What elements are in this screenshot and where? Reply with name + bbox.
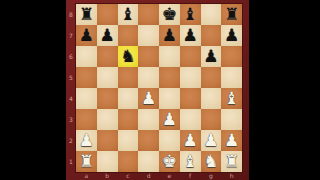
square-d4[interactable]: ♟: [138, 88, 159, 109]
square-e7[interactable]: ♟: [159, 25, 180, 46]
square-e2[interactable]: [159, 130, 180, 151]
rank-label-2: 2: [66, 130, 76, 151]
piece-white-king: ♚: [159, 151, 180, 172]
square-g8[interactable]: [201, 4, 222, 25]
square-h8[interactable]: ♜: [221, 4, 242, 25]
square-h1[interactable]: ♜: [221, 151, 242, 172]
file-label-f: f: [180, 171, 201, 180]
square-c3[interactable]: [118, 109, 139, 130]
piece-white-bishop: ♝: [180, 151, 201, 172]
chess-board-frame: 87654321 ♜♝♚♝♜♟♟♟♟♟♞♟♟♝♟♟♟♟♟♜♚♝♞♜ abcdef…: [66, 0, 249, 180]
square-b8[interactable]: [97, 4, 118, 25]
rank-label-4: 4: [66, 88, 76, 109]
square-e4[interactable]: [159, 88, 180, 109]
rank-label-5: 5: [66, 67, 76, 88]
square-e8[interactable]: ♚: [159, 4, 180, 25]
piece-white-pawn: ♟: [221, 130, 242, 151]
piece-white-bishop: ♝: [221, 88, 242, 109]
square-a6[interactable]: [76, 46, 97, 67]
square-b1[interactable]: [97, 151, 118, 172]
square-d3[interactable]: [138, 109, 159, 130]
square-f3[interactable]: [180, 109, 201, 130]
square-a2[interactable]: ♟: [76, 130, 97, 151]
letterbox-background: 87654321 ♜♝♚♝♜♟♟♟♟♟♞♟♟♝♟♟♟♟♟♜♚♝♞♜ abcdef…: [0, 0, 320, 180]
square-d1[interactable]: [138, 151, 159, 172]
file-label-h: h: [221, 171, 242, 180]
rank-label-1: 1: [66, 151, 76, 172]
square-f6[interactable]: [180, 46, 201, 67]
file-label-d: d: [138, 171, 159, 180]
piece-black-pawn: ♟: [76, 25, 97, 46]
square-f7[interactable]: ♟: [180, 25, 201, 46]
square-g1[interactable]: ♞: [201, 151, 222, 172]
square-g7[interactable]: [201, 25, 222, 46]
square-f1[interactable]: ♝: [180, 151, 201, 172]
square-h3[interactable]: [221, 109, 242, 130]
rank-label-3: 3: [66, 109, 76, 130]
piece-black-rook: ♜: [76, 4, 97, 25]
file-label-b: b: [97, 171, 118, 180]
square-h6[interactable]: [221, 46, 242, 67]
square-f5[interactable]: [180, 67, 201, 88]
piece-black-pawn: ♟: [97, 25, 118, 46]
file-labels: abcdefgh: [76, 171, 242, 180]
square-g3[interactable]: [201, 109, 222, 130]
square-e1[interactable]: ♚: [159, 151, 180, 172]
square-h2[interactable]: ♟: [221, 130, 242, 151]
square-c5[interactable]: [118, 67, 139, 88]
square-a8[interactable]: ♜: [76, 4, 97, 25]
square-e3[interactable]: ♟: [159, 109, 180, 130]
piece-black-bishop: ♝: [118, 4, 139, 25]
file-label-e: e: [159, 171, 180, 180]
rank-label-7: 7: [66, 25, 76, 46]
piece-black-pawn: ♟: [159, 25, 180, 46]
square-c4[interactable]: [118, 88, 139, 109]
file-label-c: c: [118, 171, 139, 180]
piece-black-bishop: ♝: [180, 4, 201, 25]
square-g6[interactable]: ♟: [201, 46, 222, 67]
piece-black-pawn: ♟: [201, 46, 222, 67]
piece-white-pawn: ♟: [138, 88, 159, 109]
piece-black-pawn: ♟: [180, 25, 201, 46]
piece-black-rook: ♜: [221, 4, 242, 25]
piece-black-knight: ♞: [118, 46, 139, 67]
file-label-a: a: [76, 171, 97, 180]
square-d2[interactable]: [138, 130, 159, 151]
square-e6[interactable]: [159, 46, 180, 67]
square-c8[interactable]: ♝: [118, 4, 139, 25]
square-c2[interactable]: [118, 130, 139, 151]
square-d6[interactable]: [138, 46, 159, 67]
square-h5[interactable]: [221, 67, 242, 88]
square-g5[interactable]: [201, 67, 222, 88]
piece-white-pawn: ♟: [76, 130, 97, 151]
piece-white-rook: ♜: [221, 151, 242, 172]
square-f4[interactable]: [180, 88, 201, 109]
piece-black-pawn: ♟: [221, 25, 242, 46]
piece-white-pawn: ♟: [159, 109, 180, 130]
square-a1[interactable]: ♜: [76, 151, 97, 172]
chess-board: ♜♝♚♝♜♟♟♟♟♟♞♟♟♝♟♟♟♟♟♜♚♝♞♜: [76, 4, 242, 172]
square-b4[interactable]: [97, 88, 118, 109]
piece-black-king: ♚: [159, 4, 180, 25]
square-g4[interactable]: [201, 88, 222, 109]
square-b7[interactable]: ♟: [97, 25, 118, 46]
square-b2[interactable]: [97, 130, 118, 151]
file-label-g: g: [201, 171, 222, 180]
square-c1[interactable]: [118, 151, 139, 172]
square-g2[interactable]: ♟: [201, 130, 222, 151]
piece-white-knight: ♞: [201, 151, 222, 172]
square-a7[interactable]: ♟: [76, 25, 97, 46]
square-d7[interactable]: [138, 25, 159, 46]
piece-white-pawn: ♟: [180, 130, 201, 151]
square-d8[interactable]: [138, 4, 159, 25]
square-h4[interactable]: ♝: [221, 88, 242, 109]
square-e5[interactable]: [159, 67, 180, 88]
piece-white-rook: ♜: [76, 151, 97, 172]
rank-labels: 87654321: [66, 4, 76, 172]
square-f2[interactable]: ♟: [180, 130, 201, 151]
square-a4[interactable]: [76, 88, 97, 109]
square-c7[interactable]: [118, 25, 139, 46]
square-c6[interactable]: ♞: [118, 46, 139, 67]
square-b3[interactable]: [97, 109, 118, 130]
piece-white-pawn: ♟: [201, 130, 222, 151]
square-h7[interactable]: ♟: [221, 25, 242, 46]
square-f8[interactable]: ♝: [180, 4, 201, 25]
square-d5[interactable]: [138, 67, 159, 88]
square-b5[interactable]: [97, 67, 118, 88]
rank-label-8: 8: [66, 4, 76, 25]
square-a5[interactable]: [76, 67, 97, 88]
rank-label-6: 6: [66, 46, 76, 67]
square-a3[interactable]: [76, 109, 97, 130]
square-b6[interactable]: [97, 46, 118, 67]
